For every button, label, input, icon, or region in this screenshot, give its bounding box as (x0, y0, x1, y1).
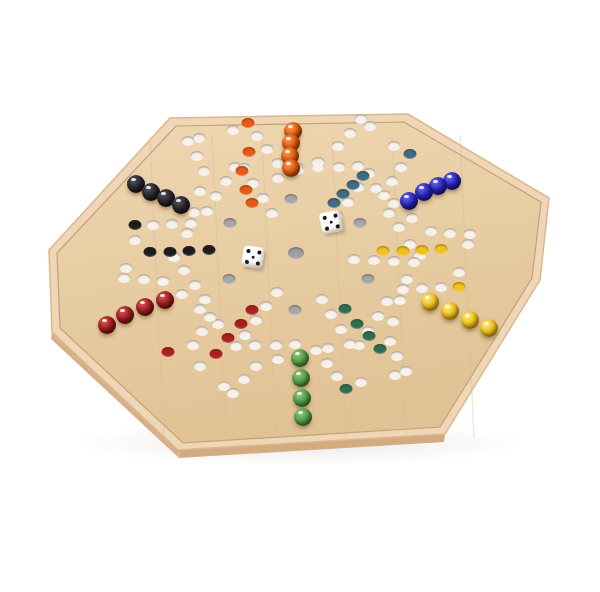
hole-track-white[interactable] (453, 267, 466, 277)
marble-red[interactable] (136, 298, 154, 316)
marble-red[interactable] (116, 306, 134, 324)
hole-track-white[interactable] (191, 151, 204, 161)
hole-track-white[interactable] (251, 131, 264, 141)
hole-track-white[interactable] (178, 265, 191, 275)
octagonal-wood-board (0, 0, 600, 592)
marble-yellow[interactable] (421, 293, 439, 311)
marble-yellow[interactable] (480, 319, 498, 337)
hole-track-white[interactable] (239, 330, 252, 340)
hole-home-blue[interactable] (337, 189, 350, 199)
hole-track-white[interactable] (355, 114, 368, 124)
hole-home-red[interactable] (222, 333, 235, 343)
marble-red[interactable] (98, 316, 116, 334)
die-showing-5[interactable] (319, 210, 344, 235)
die-pip (322, 216, 326, 220)
hole-track-white[interactable] (344, 128, 357, 138)
hole-home-red[interactable] (210, 349, 223, 359)
marble-green[interactable] (291, 349, 309, 367)
die-pip (257, 250, 261, 254)
hole-track-white[interactable] (194, 361, 207, 371)
hole-home-green[interactable] (351, 319, 364, 329)
marble-red[interactable] (156, 291, 174, 309)
hole-home-black[interactable] (203, 245, 216, 255)
hole-home-yellow[interactable] (397, 246, 410, 256)
hole-home-orange[interactable] (236, 166, 249, 176)
hole-track-white[interactable] (406, 213, 419, 223)
hole-home-black[interactable] (183, 246, 196, 256)
hole-track-white[interactable] (272, 354, 285, 364)
hole-track-white[interactable] (201, 206, 214, 216)
hole-track-white[interactable] (425, 226, 438, 236)
die-pip (325, 226, 329, 230)
hole-track-white[interactable] (227, 388, 240, 398)
die-pip (246, 249, 250, 253)
hole-home-red[interactable] (246, 305, 259, 315)
hole-shortcut-gray[interactable] (285, 194, 298, 204)
hole-home-green[interactable] (363, 331, 376, 341)
hole-track-white[interactable] (388, 256, 401, 266)
hole-start-black[interactable] (129, 220, 142, 230)
die-pip (256, 261, 260, 265)
hole-home-red[interactable] (235, 319, 248, 329)
hole-track-white[interactable] (372, 311, 385, 321)
hole-track-white[interactable] (230, 341, 243, 351)
hole-track-white[interactable] (332, 141, 345, 151)
hole-home-black[interactable] (144, 247, 157, 257)
hole-track-white[interactable] (157, 276, 170, 286)
hole-track-white[interactable] (199, 294, 212, 304)
hole-track-white[interactable] (261, 144, 274, 154)
hole-track-white[interactable] (129, 235, 142, 245)
hole-track-white[interactable] (227, 125, 240, 135)
hole-home-yellow[interactable] (377, 246, 390, 256)
aggravation-board-photo (0, 0, 600, 592)
hole-home-blue[interactable] (357, 171, 370, 181)
hole-home-orange[interactable] (240, 185, 253, 195)
marble-black[interactable] (172, 196, 190, 214)
hole-track-white[interactable] (166, 219, 179, 229)
hole-track-white[interactable] (388, 141, 401, 151)
hole-home-blue[interactable] (347, 180, 360, 190)
die-pip (245, 260, 249, 264)
hole-track-white[interactable] (210, 191, 223, 201)
hole-track-white[interactable] (325, 309, 338, 319)
hole-shortcut-gray[interactable] (223, 274, 236, 284)
hole-track-white[interactable] (181, 228, 194, 238)
hole-track-white[interactable] (271, 287, 284, 297)
hole-track-white[interactable] (393, 222, 406, 232)
hole-track-white[interactable] (321, 358, 334, 368)
hole-shortcut-gray[interactable] (289, 305, 302, 315)
hole-track-white[interactable] (189, 280, 202, 290)
hole-start-yellow[interactable] (453, 282, 466, 292)
hole-track-white[interactable] (400, 366, 413, 376)
hole-start-orange[interactable] (242, 118, 255, 128)
hole-track-white[interactable] (185, 218, 198, 228)
hole-track-white[interactable] (194, 186, 207, 196)
hole-home-orange[interactable] (243, 147, 256, 157)
die-pip (329, 220, 333, 224)
hole-shortcut-gray[interactable] (354, 218, 367, 228)
hole-track-white[interactable] (260, 301, 273, 311)
hole-center[interactable] (288, 247, 304, 259)
hole-track-white[interactable] (462, 239, 475, 249)
hole-track-white[interactable] (397, 284, 410, 294)
hole-track-white[interactable] (120, 263, 133, 273)
hole-track-white[interactable] (176, 289, 189, 299)
hole-home-green[interactable] (339, 304, 352, 314)
hole-track-white[interactable] (464, 229, 477, 239)
hole-track-white[interactable] (335, 324, 348, 334)
hole-track-white[interactable] (289, 339, 302, 349)
hole-track-white[interactable] (416, 283, 429, 293)
hole-track-white[interactable] (196, 326, 209, 336)
hole-home-green[interactable] (374, 344, 387, 354)
hole-track-white[interactable] (386, 176, 399, 186)
hole-shortcut-gray[interactable] (362, 274, 375, 284)
hole-track-white[interactable] (331, 371, 344, 381)
hole-start-blue[interactable] (404, 149, 417, 159)
die-pip (335, 224, 339, 228)
hole-track-white[interactable] (270, 340, 283, 350)
hole-start-green[interactable] (340, 384, 353, 394)
hole-track-white[interactable] (238, 374, 251, 384)
hole-track-white[interactable] (344, 339, 357, 349)
hole-track-white[interactable] (408, 257, 421, 267)
hole-track-white[interactable] (383, 208, 396, 218)
hole-track-white[interactable] (312, 157, 325, 167)
hole-track-white[interactable] (388, 198, 401, 208)
hole-track-white[interactable] (348, 254, 361, 264)
hole-track-white[interactable] (368, 255, 381, 265)
hole-track-white[interactable] (370, 183, 383, 193)
marble-orange[interactable] (282, 159, 300, 177)
hole-track-white[interactable] (391, 351, 404, 361)
die-showing-5[interactable] (241, 245, 265, 269)
hole-track-white[interactable] (395, 162, 408, 172)
hole-track-white[interactable] (147, 220, 160, 230)
hole-track-white[interactable] (187, 340, 200, 350)
hole-track-white[interactable] (387, 316, 400, 326)
hole-track-white[interactable] (204, 312, 217, 322)
hole-track-white[interactable] (381, 296, 394, 306)
hole-track-white[interactable] (138, 274, 151, 284)
die-pip (251, 255, 255, 259)
hole-track-white[interactable] (333, 162, 346, 172)
marble-yellow[interactable] (441, 302, 459, 320)
marble-blue[interactable] (400, 192, 418, 210)
hole-track-white[interactable] (118, 273, 131, 283)
hole-track-white[interactable] (266, 208, 279, 218)
hole-track-white[interactable] (401, 274, 414, 284)
hole-track-white[interactable] (322, 343, 335, 353)
marble-yellow[interactable] (461, 311, 479, 329)
hole-track-white[interactable] (250, 361, 263, 371)
marble-green[interactable] (294, 408, 312, 426)
hole-home-yellow[interactable] (416, 245, 429, 255)
hole-track-white[interactable] (249, 340, 262, 350)
hole-track-white[interactable] (220, 176, 233, 186)
hole-track-white[interactable] (188, 207, 201, 217)
marble-green[interactable] (293, 389, 311, 407)
hole-track-white[interactable] (355, 377, 368, 387)
hole-home-orange[interactable] (246, 198, 259, 208)
hole-shortcut-gray[interactable] (224, 218, 237, 228)
hole-track-white[interactable] (394, 295, 407, 305)
hole-track-white[interactable] (316, 294, 329, 304)
hole-home-blue[interactable] (328, 198, 341, 208)
marble-green[interactable] (292, 369, 310, 387)
hole-track-white[interactable] (250, 315, 263, 325)
hole-track-white[interactable] (444, 228, 457, 238)
hole-home-black[interactable] (164, 247, 177, 257)
hole-track-white[interactable] (198, 166, 211, 176)
hole-home-yellow[interactable] (435, 244, 448, 254)
hole-track-white[interactable] (384, 336, 397, 346)
hole-track-white[interactable] (272, 173, 285, 183)
hole-start-red[interactable] (162, 347, 175, 357)
hole-track-white[interactable] (182, 136, 195, 146)
die-pip (333, 213, 337, 217)
hole-track-white[interactable] (435, 282, 448, 292)
